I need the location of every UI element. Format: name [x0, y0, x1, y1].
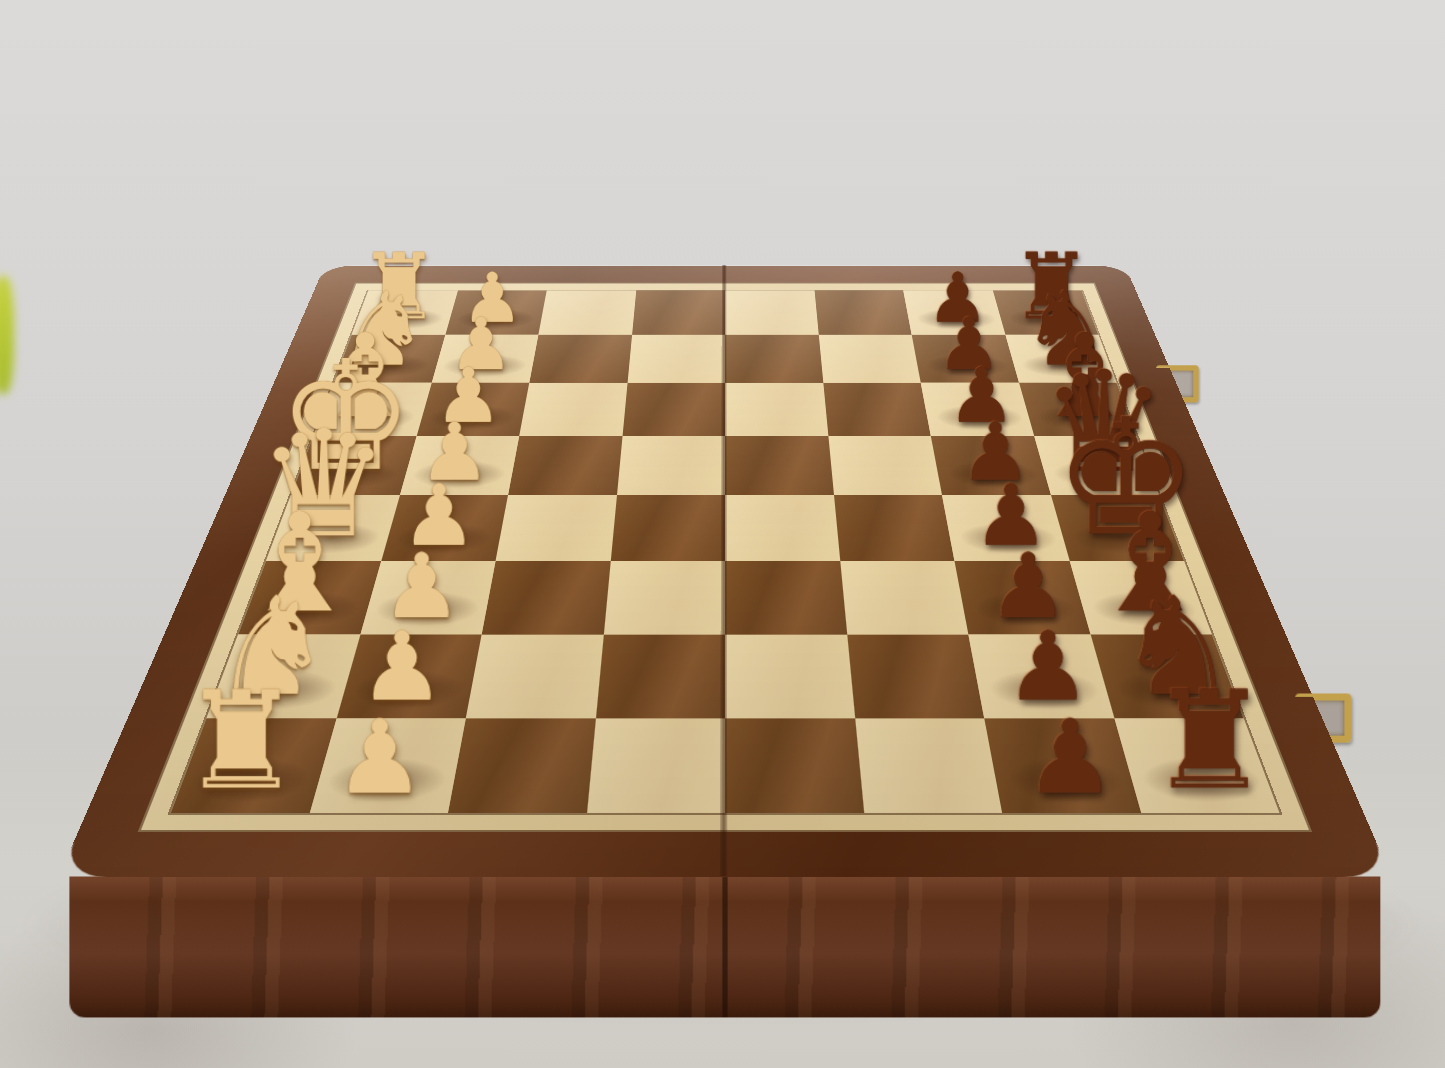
square-f5: [725, 383, 828, 436]
piece-white-pawn-a2: ♟: [334, 707, 425, 809]
square-c6: [840, 561, 969, 635]
folding-chess-box: ♜♟♟♜♞♟♟♞♝♟♟♝♚♟♟♛♛♟♟♚♝♟♟♝♞♟♟♞♜♟♟♜: [58, 266, 1391, 878]
scene: ♜♟♟♜♞♟♟♞♝♟♟♝♚♟♟♛♛♟♟♚♝♟♟♝♞♟♟♞♜♟♟♜: [0, 0, 1445, 1068]
square-b5: [725, 635, 855, 718]
piece-black-pawn-a7: ♟: [1025, 707, 1116, 809]
front-fold-seam: [722, 876, 727, 1017]
square-a4: [586, 718, 725, 813]
box-front-face: [69, 876, 1380, 1017]
square-e4: [617, 436, 726, 495]
square-g3: [529, 334, 631, 382]
square-a2: ♟: [309, 718, 466, 813]
square-e3: [508, 436, 622, 495]
square-d4: [610, 495, 725, 561]
square-h6: [814, 290, 911, 334]
square-d5: [725, 495, 840, 561]
square-g6: [818, 334, 920, 382]
square-g5: [725, 334, 823, 382]
square-h3: [538, 290, 635, 334]
square-a1: ♜: [171, 718, 337, 813]
square-b3: [466, 635, 603, 718]
square-b4: [595, 635, 725, 718]
square-a5: [725, 718, 864, 813]
brass-latch-lower: [1295, 693, 1351, 742]
square-b6: [847, 635, 984, 718]
square-c3: [482, 561, 611, 635]
piece-black-rook-a8: ♜: [1148, 674, 1269, 809]
square-c5: [725, 561, 847, 635]
square-f3: [519, 383, 627, 436]
square-g4: [627, 334, 725, 382]
square-h5: [725, 290, 818, 334]
square-e6: [828, 436, 942, 495]
square-a3: [448, 718, 596, 813]
square-f4: [622, 383, 725, 436]
square-d6: [834, 495, 955, 561]
square-f6: [823, 383, 931, 436]
fold-seam: [720, 265, 728, 877]
square-c4: [603, 561, 725, 635]
square-h4: [632, 290, 725, 334]
square-d3: [496, 495, 617, 561]
square-a6: [855, 718, 1003, 813]
square-a8: ♜: [1114, 718, 1280, 813]
square-e5: [725, 436, 834, 495]
piece-white-rook-a1: ♜: [181, 674, 302, 809]
